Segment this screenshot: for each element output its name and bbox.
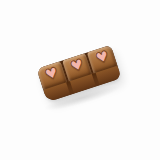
groove-line — [66, 81, 74, 95]
heart-icon: ♥ — [69, 57, 86, 75]
groove-line — [92, 73, 100, 87]
heart-icon: ♥ — [43, 66, 60, 84]
heart-icon: ♥ — [94, 49, 111, 67]
photo-canvas: ♥ ♥ ♥ — [0, 0, 160, 160]
